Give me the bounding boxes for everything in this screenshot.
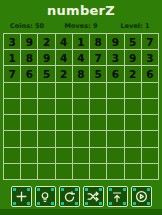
cell-r5c6 (90, 99, 106, 114)
cell-r8c6 (90, 148, 106, 163)
cell-r1c1[interactable]: 3 (4, 34, 20, 49)
cell-r7c6 (90, 131, 106, 146)
cell-r1c4[interactable]: 4 (56, 34, 72, 49)
cell-r6c7 (107, 115, 123, 130)
app-title: numberZ (0, 0, 162, 18)
to-top-button[interactable] (107, 186, 128, 207)
cell-r5c2 (21, 99, 37, 114)
cell-r6c3 (38, 115, 54, 130)
cell-r3c8[interactable]: 2 (125, 66, 141, 81)
cell-r7c1 (4, 131, 20, 146)
cell-r7c7 (107, 131, 123, 146)
cell-r1c3[interactable]: 2 (38, 34, 54, 49)
cell-r2c4[interactable]: 4 (56, 50, 72, 65)
cell-r2c2[interactable]: 8 (21, 50, 37, 65)
cell-r3c3[interactable]: 5 (38, 66, 54, 81)
cell-r1c2[interactable]: 9 (21, 34, 37, 49)
cell-r6c6 (90, 115, 106, 130)
cell-r6c1 (4, 115, 20, 130)
cell-r2c9[interactable]: 3 (142, 50, 158, 65)
cell-r4c8 (125, 83, 141, 98)
bottom-strip (0, 209, 162, 215)
shuffle-button[interactable] (83, 186, 104, 207)
toolbar (0, 186, 162, 207)
cell-r8c9 (142, 148, 158, 163)
cell-r6c4 (56, 115, 72, 130)
cell-r8c1 (4, 148, 20, 163)
cell-r5c5 (73, 99, 89, 114)
cell-r2c1[interactable]: 1 (4, 50, 20, 65)
cell-r6c9 (142, 115, 158, 130)
cell-r1c6[interactable]: 8 (90, 34, 106, 49)
cell-r8c4 (56, 148, 72, 163)
cell-r4c6 (90, 83, 106, 98)
cell-r3c9[interactable]: 6 (142, 66, 158, 81)
cell-r4c2 (21, 83, 37, 98)
cell-r8c7 (107, 148, 123, 163)
cell-r8c2 (21, 148, 37, 163)
plus-icon (15, 190, 28, 203)
play-button[interactable] (131, 186, 152, 207)
cell-r5c9 (142, 99, 158, 114)
cell-r3c5[interactable]: 8 (73, 66, 89, 81)
rotate-ccw-icon (63, 190, 76, 203)
cell-r8c8 (125, 148, 141, 163)
cell-r7c5 (73, 131, 89, 146)
cell-r7c8 (125, 131, 141, 146)
cell-r4c1 (4, 83, 20, 98)
cell-r5c3 (38, 99, 54, 114)
cell-r9c1 (4, 164, 20, 179)
shuffle-icon (86, 190, 100, 203)
cell-r5c8 (125, 99, 141, 114)
cell-r2c7[interactable]: 3 (107, 50, 123, 65)
cell-r1c9[interactable]: 7 (142, 34, 158, 49)
lightbulb-icon (39, 191, 51, 203)
coins-label: Coins: 50 (0, 22, 54, 30)
status-bar: Coins: 50 Moves: 9 Level: 1 (0, 22, 162, 30)
cell-r3c6[interactable]: 5 (90, 66, 106, 81)
cell-r7c4 (56, 131, 72, 146)
cell-r9c8 (125, 164, 141, 179)
cell-r7c3 (38, 131, 54, 146)
level-label: Level: 1 (108, 22, 162, 30)
cell-r2c6[interactable]: 7 (90, 50, 106, 65)
cell-r2c8[interactable]: 9 (125, 50, 141, 65)
cell-r6c8 (125, 115, 141, 130)
cell-r6c2 (21, 115, 37, 130)
cell-r9c3 (38, 164, 54, 179)
cell-r9c2 (21, 164, 37, 179)
cell-r4c7 (107, 83, 123, 98)
cell-r8c5 (73, 148, 89, 163)
cell-r2c3[interactable]: 9 (38, 50, 54, 65)
arrow-to-top-icon (111, 191, 123, 203)
cell-r1c8[interactable]: 5 (125, 34, 141, 49)
cell-r9c4 (56, 164, 72, 179)
hint-button[interactable] (35, 186, 56, 207)
cell-r9c9 (142, 164, 158, 179)
cell-r1c5[interactable]: 1 (73, 34, 89, 49)
cell-r9c6 (90, 164, 106, 179)
cell-r3c1[interactable]: 7 (4, 66, 20, 81)
cell-r4c9 (142, 83, 158, 98)
cell-r1c7[interactable]: 9 (107, 34, 123, 49)
cell-r8c3 (38, 148, 54, 163)
cell-r5c7 (107, 99, 123, 114)
cell-r3c4[interactable]: 2 (56, 66, 72, 81)
number-grid: 392418957189447393765285626 (3, 33, 159, 180)
cell-r9c5 (73, 164, 89, 179)
cell-r3c2[interactable]: 6 (21, 66, 37, 81)
cell-r6c5 (73, 115, 89, 130)
moves-label: Moves: 9 (54, 22, 108, 30)
cell-r2c5[interactable]: 4 (73, 50, 89, 65)
cell-r5c1 (4, 99, 20, 114)
add-numbers-button[interactable] (11, 186, 32, 207)
cell-r5c4 (56, 99, 72, 114)
cell-r7c9 (142, 131, 158, 146)
cell-r4c3 (38, 83, 54, 98)
play-circle-icon (135, 190, 148, 203)
cell-r7c2 (21, 131, 37, 146)
cell-r4c5 (73, 83, 89, 98)
cell-r3c7[interactable]: 6 (107, 66, 123, 81)
cell-r9c7 (107, 164, 123, 179)
cell-r4c4 (56, 83, 72, 98)
undo-button[interactable] (59, 186, 80, 207)
